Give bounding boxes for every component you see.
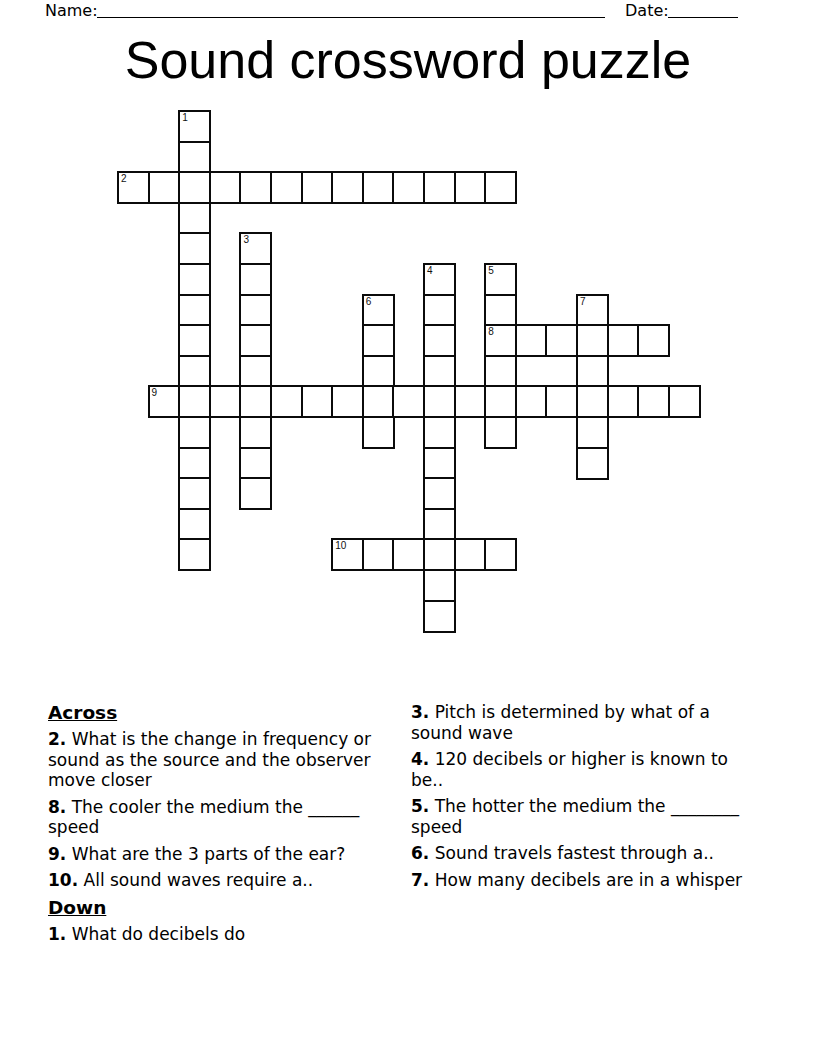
clue-number-7: 7 — [580, 296, 586, 307]
clue-number-label: 6. — [411, 843, 429, 863]
grid-cell-r9c10[interactable] — [423, 385, 456, 418]
grid-cell-r10c8[interactable] — [362, 416, 395, 449]
grid-cell-r7c17[interactable] — [637, 324, 670, 357]
grid-cell-r9c7[interactable] — [331, 385, 364, 418]
grid-cell-r12c4[interactable] — [239, 477, 272, 510]
clue-down-1: 1. What do decibels do — [48, 924, 388, 945]
clue-down-6: 6. Sound travels fastest through a.. — [411, 843, 749, 864]
name-input-line[interactable] — [97, 1, 605, 18]
grid-cell-r9c16[interactable] — [607, 385, 640, 418]
grid-cell-r2c7[interactable] — [331, 171, 364, 204]
down-heading: Down — [48, 897, 388, 919]
grid-cell-r11c2[interactable] — [178, 447, 211, 480]
grid-cell-r11c4[interactable] — [239, 447, 272, 480]
grid-cell-r7c2[interactable] — [178, 324, 211, 357]
grid-cell-r9c4[interactable] — [239, 385, 272, 418]
clue-number-label: 1. — [48, 924, 66, 944]
clue-number-label: 5. — [411, 796, 429, 816]
grid-cell-r2c4[interactable] — [239, 171, 272, 204]
grid-cell-r11c15[interactable] — [576, 447, 609, 480]
worksheet-page: Name: Date: Sound crossword puzzle 12345… — [0, 0, 816, 1056]
grid-cell-r5c4[interactable] — [239, 263, 272, 296]
grid-cell-r2c5[interactable] — [270, 171, 303, 204]
grid-cell-r9c14[interactable] — [545, 385, 578, 418]
grid-cell-r9c6[interactable] — [301, 385, 334, 418]
clue-down-5: 5. The hotter the medium the ________ sp… — [411, 796, 749, 837]
clue-down-4: 4. 120 decibels or higher is known to be… — [411, 749, 749, 790]
grid-cell-r8c4[interactable] — [239, 355, 272, 388]
grid-cell-r14c8[interactable] — [362, 538, 395, 571]
grid-cell-r7c4[interactable] — [239, 324, 272, 357]
grid-cell-r8c8[interactable] — [362, 355, 395, 388]
clues-left-column: Across 2. What is the change in frequenc… — [48, 702, 388, 950]
clue-across-8: 8. The cooler the medium the ______ spee… — [48, 797, 388, 838]
clue-down-3: 3. Pitch is determined by what of a soun… — [411, 702, 749, 743]
clue-number-2: 2 — [121, 173, 127, 184]
grid-cell-r16c10[interactable] — [423, 600, 456, 633]
clue-number-label: 10. — [48, 870, 78, 890]
grid-cell-r14c2[interactable] — [178, 538, 211, 571]
grid-cell-r2c9[interactable] — [392, 171, 425, 204]
grid-cell-r8c2[interactable] — [178, 355, 211, 388]
clue-number-label: 8. — [48, 797, 66, 817]
page-title: Sound crossword puzzle — [0, 30, 816, 90]
grid-cell-r6c15[interactable]: 7 — [576, 294, 609, 327]
grid-cell-r12c10[interactable] — [423, 477, 456, 510]
clue-number-5: 5 — [488, 265, 494, 276]
clue-number-label: 3. — [411, 702, 429, 722]
grid-cell-r2c11[interactable] — [454, 171, 487, 204]
grid-cell-r9c18[interactable] — [668, 385, 701, 418]
clue-number-10: 10 — [335, 540, 346, 551]
grid-cell-r6c10[interactable] — [423, 294, 456, 327]
grid-cell-r2c10[interactable] — [423, 171, 456, 204]
clues-right-column: 3. Pitch is determined by what of a soun… — [411, 702, 749, 896]
grid-cell-r9c5[interactable] — [270, 385, 303, 418]
clue-number-label: 4. — [411, 749, 429, 769]
grid-cell-r2c12[interactable] — [484, 171, 517, 204]
date-label: Date: — [625, 1, 669, 20]
grid-cell-r5c12[interactable]: 5 — [484, 263, 517, 296]
clue-number-8: 8 — [488, 326, 494, 337]
clue-number-9: 9 — [152, 387, 158, 398]
grid-cell-r10c4[interactable] — [239, 416, 272, 449]
grid-cell-r7c16[interactable] — [607, 324, 640, 357]
grid-cell-r5c2[interactable] — [178, 263, 211, 296]
grid-cell-r14c11[interactable] — [454, 538, 487, 571]
grid-cell-r13c2[interactable] — [178, 508, 211, 541]
clue-number-4: 4 — [427, 265, 433, 276]
across-heading: Across — [48, 702, 388, 724]
grid-cell-r2c6[interactable] — [301, 171, 334, 204]
grid-cell-r5c10[interactable]: 4 — [423, 263, 456, 296]
crossword-grid: 12345678910 — [117, 110, 705, 635]
grid-cell-r0c2[interactable]: 1 — [178, 110, 211, 143]
clue-number-label: 9. — [48, 844, 66, 864]
grid-cell-r2c8[interactable] — [362, 171, 395, 204]
grid-cell-r12c2[interactable] — [178, 477, 211, 510]
grid-cell-r7c8[interactable] — [362, 324, 395, 357]
grid-cell-r4c4[interactable]: 3 — [239, 232, 272, 265]
grid-cell-r7c14[interactable] — [545, 324, 578, 357]
across-clue-list: 2. What is the change in frequency or so… — [48, 729, 388, 891]
grid-cell-r10c12[interactable] — [484, 416, 517, 449]
clue-down-7: 7. How many decibels are in a whisper — [411, 870, 749, 891]
grid-cell-r2c0[interactable]: 2 — [117, 171, 150, 204]
grid-cell-r9c13[interactable] — [515, 385, 548, 418]
clue-across-10: 10. All sound waves require a.. — [48, 870, 388, 891]
grid-cell-r14c10[interactable] — [423, 538, 456, 571]
grid-cell-r6c2[interactable] — [178, 294, 211, 327]
grid-cell-r6c8[interactable]: 6 — [362, 294, 395, 327]
grid-cell-r9c1[interactable]: 9 — [148, 385, 181, 418]
grid-cell-r14c7[interactable]: 10 — [331, 538, 364, 571]
grid-cell-r7c15[interactable] — [576, 324, 609, 357]
clue-number-label: 7. — [411, 870, 429, 890]
clue-number-6: 6 — [366, 296, 372, 307]
grid-cell-r9c15[interactable] — [576, 385, 609, 418]
grid-cell-r6c4[interactable] — [239, 294, 272, 327]
grid-cell-r7c12[interactable]: 8 — [484, 324, 517, 357]
grid-cell-r8c12[interactable] — [484, 355, 517, 388]
down-clue-list-left: 1. What do decibels do — [48, 924, 388, 945]
grid-cell-r8c15[interactable] — [576, 355, 609, 388]
date-input-line[interactable] — [668, 1, 738, 18]
grid-cell-r8c10[interactable] — [423, 355, 456, 388]
down-clue-list-right: 3. Pitch is determined by what of a soun… — [411, 702, 749, 890]
grid-cell-r9c12[interactable] — [484, 385, 517, 418]
grid-cell-r11c10[interactable] — [423, 447, 456, 480]
clue-across-2: 2. What is the change in frequency or so… — [48, 729, 388, 791]
clue-number-label: 2. — [48, 729, 66, 749]
grid-cell-r2c2[interactable] — [178, 171, 211, 204]
grid-cell-r9c3[interactable] — [209, 385, 242, 418]
clue-across-9: 9. What are the 3 parts of the ear? — [48, 844, 388, 865]
grid-cell-r2c1[interactable] — [148, 171, 181, 204]
grid-cell-r9c2[interactable] — [178, 385, 211, 418]
grid-cell-r9c8[interactable] — [362, 385, 395, 418]
grid-cell-r14c12[interactable] — [484, 538, 517, 571]
grid-cell-r13c10[interactable] — [423, 508, 456, 541]
grid-cell-r4c2[interactable] — [178, 232, 211, 265]
grid-cell-r6c12[interactable] — [484, 294, 517, 327]
grid-cell-r2c3[interactable] — [209, 171, 242, 204]
grid-cell-r10c2[interactable] — [178, 416, 211, 449]
grid-cell-r10c15[interactable] — [576, 416, 609, 449]
name-label: Name: — [45, 1, 98, 20]
grid-cell-r15c10[interactable] — [423, 569, 456, 602]
grid-cell-r1c2[interactable] — [178, 141, 211, 174]
grid-cell-r9c17[interactable] — [637, 385, 670, 418]
grid-cell-r9c9[interactable] — [392, 385, 425, 418]
grid-cell-r10c10[interactable] — [423, 416, 456, 449]
grid-cell-r3c2[interactable] — [178, 202, 211, 235]
grid-cell-r7c10[interactable] — [423, 324, 456, 357]
clue-number-1: 1 — [182, 112, 188, 123]
grid-cell-r7c13[interactable] — [515, 324, 548, 357]
clue-number-3: 3 — [243, 234, 249, 245]
grid-cell-r9c11[interactable] — [454, 385, 487, 418]
grid-cell-r14c9[interactable] — [392, 538, 425, 571]
